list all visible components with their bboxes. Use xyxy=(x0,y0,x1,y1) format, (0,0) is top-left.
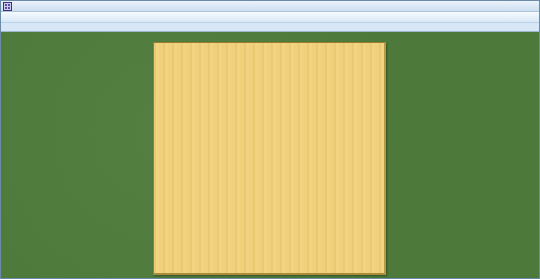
go-board[interactable] xyxy=(153,42,386,275)
board-grid xyxy=(159,48,381,270)
menu-bar xyxy=(1,23,539,32)
app-window xyxy=(0,0,540,279)
toolbar xyxy=(1,12,539,23)
board-area xyxy=(1,32,540,279)
title-bar[interactable] xyxy=(1,1,539,12)
app-icon xyxy=(3,2,12,11)
